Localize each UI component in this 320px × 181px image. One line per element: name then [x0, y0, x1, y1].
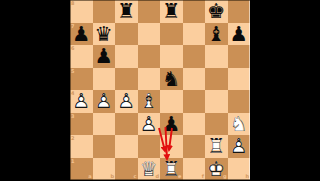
file-label-b: b — [110, 174, 114, 179]
square-h7[interactable]: ♟ — [228, 23, 251, 46]
square-f3[interactable] — [183, 113, 206, 136]
square-g1[interactable]: g♚♔ — [205, 158, 228, 181]
black-knight: ♞ — [160, 68, 183, 91]
square-a3[interactable]: 3 — [70, 113, 93, 136]
white-pawn: ♟♙ — [70, 90, 93, 113]
white-rook: ♜♖ — [205, 135, 228, 158]
chess-board-area: 8♜♜♚7♟♛♝♟6♟5♞4♟♙♟♙♟♙♝♗3♟♙♟♞♘2♜♖♟♙1abcd♛♕… — [70, 0, 250, 180]
square-d4[interactable]: ♝♗ — [138, 90, 161, 113]
square-f8[interactable] — [183, 0, 206, 23]
square-a7[interactable]: 7♟ — [70, 23, 93, 46]
right-letterbox-bar — [250, 0, 320, 180]
square-f6[interactable] — [183, 45, 206, 68]
square-a4[interactable]: 4♟♙ — [70, 90, 93, 113]
square-d8[interactable] — [138, 0, 161, 23]
rank-label-1: 1 — [71, 159, 74, 164]
square-c6[interactable] — [115, 45, 138, 68]
rank-label-6: 6 — [71, 46, 74, 51]
square-d6[interactable] — [138, 45, 161, 68]
square-c8[interactable]: ♜ — [115, 0, 138, 23]
square-e2[interactable] — [160, 135, 183, 158]
square-d2[interactable] — [138, 135, 161, 158]
square-b5[interactable] — [93, 68, 116, 91]
white-pawn: ♟♙ — [138, 113, 161, 136]
square-a8[interactable]: 8 — [70, 0, 93, 23]
white-bishop: ♝♗ — [138, 90, 161, 113]
square-b2[interactable] — [93, 135, 116, 158]
black-rook: ♜ — [160, 0, 183, 23]
square-c1[interactable]: c — [115, 158, 138, 181]
white-pawn: ♟♙ — [93, 90, 116, 113]
square-c2[interactable] — [115, 135, 138, 158]
square-d5[interactable] — [138, 68, 161, 91]
square-d3[interactable]: ♟♙ — [138, 113, 161, 136]
white-queen: ♛♕ — [138, 158, 161, 181]
square-f4[interactable] — [183, 90, 206, 113]
square-e8[interactable]: ♜ — [160, 0, 183, 23]
square-h8[interactable] — [228, 0, 251, 23]
square-f2[interactable] — [183, 135, 206, 158]
square-g7[interactable]: ♝ — [205, 23, 228, 46]
square-d7[interactable] — [138, 23, 161, 46]
square-h3[interactable]: ♞♘ — [228, 113, 251, 136]
square-h6[interactable] — [228, 45, 251, 68]
square-g4[interactable] — [205, 90, 228, 113]
square-g8[interactable]: ♚ — [205, 0, 228, 23]
rank-label-8: 8 — [71, 1, 74, 6]
black-king: ♚ — [205, 0, 228, 23]
square-c4[interactable]: ♟♙ — [115, 90, 138, 113]
rank-label-3: 3 — [71, 114, 74, 119]
square-f7[interactable] — [183, 23, 206, 46]
square-h4[interactable] — [228, 90, 251, 113]
square-e3[interactable]: ♟ — [160, 113, 183, 136]
square-b6[interactable]: ♟ — [93, 45, 116, 68]
square-e5[interactable]: ♞ — [160, 68, 183, 91]
file-label-a: a — [88, 174, 91, 179]
square-a5[interactable]: 5 — [70, 68, 93, 91]
chess-board: 8♜♜♚7♟♛♝♟6♟5♞4♟♙♟♙♟♙♝♗3♟♙♟♞♘2♜♖♟♙1abcd♛♕… — [70, 0, 250, 180]
square-b4[interactable]: ♟♙ — [93, 90, 116, 113]
square-h2[interactable]: ♟♙ — [228, 135, 251, 158]
square-c7[interactable] — [115, 23, 138, 46]
square-h5[interactable] — [228, 68, 251, 91]
square-g6[interactable] — [205, 45, 228, 68]
left-letterbox-bar — [0, 0, 70, 180]
square-f1[interactable]: f — [183, 158, 206, 181]
white-knight: ♞♘ — [228, 113, 251, 136]
square-e1[interactable]: e♜♖ — [160, 158, 183, 181]
square-a1[interactable]: 1a — [70, 158, 93, 181]
black-pawn: ♟ — [70, 23, 93, 46]
square-e7[interactable] — [160, 23, 183, 46]
white-pawn: ♟♙ — [115, 90, 138, 113]
square-b7[interactable]: ♛ — [93, 23, 116, 46]
file-label-h: h — [245, 174, 249, 179]
black-pawn: ♟ — [228, 23, 251, 46]
square-b1[interactable]: b — [93, 158, 116, 181]
white-pawn: ♟♙ — [228, 135, 251, 158]
square-c3[interactable] — [115, 113, 138, 136]
square-a6[interactable]: 6 — [70, 45, 93, 68]
square-d1[interactable]: d♛♕ — [138, 158, 161, 181]
file-label-c: c — [134, 174, 137, 179]
white-king: ♚♔ — [205, 158, 228, 181]
square-b8[interactable] — [93, 0, 116, 23]
square-f5[interactable] — [183, 68, 206, 91]
black-queen: ♛ — [93, 23, 116, 46]
rank-label-5: 5 — [71, 69, 74, 74]
square-h1[interactable]: h — [228, 158, 251, 181]
square-a2[interactable]: 2 — [70, 135, 93, 158]
square-c5[interactable] — [115, 68, 138, 91]
square-e4[interactable] — [160, 90, 183, 113]
square-g2[interactable]: ♜♖ — [205, 135, 228, 158]
black-bishop: ♝ — [205, 23, 228, 46]
square-g5[interactable] — [205, 68, 228, 91]
square-g3[interactable] — [205, 113, 228, 136]
rank-label-2: 2 — [71, 136, 74, 141]
video-frame: 8♜♜♚7♟♛♝♟6♟5♞4♟♙♟♙♟♙♝♗3♟♙♟♞♘2♜♖♟♙1abcd♛♕… — [0, 0, 320, 180]
white-rook: ♜♖ — [160, 158, 183, 181]
square-b3[interactable] — [93, 113, 116, 136]
square-e6[interactable] — [160, 45, 183, 68]
black-rook: ♜ — [115, 0, 138, 23]
black-pawn: ♟ — [160, 113, 183, 136]
file-label-f: f — [202, 174, 204, 179]
black-pawn: ♟ — [93, 45, 116, 68]
